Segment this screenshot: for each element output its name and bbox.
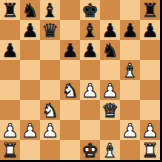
chess-board: ♜♞♝♚♜♟♛♝♟♟♟♟♟♟♞♝♞♟♟♞♛♟♟♟♟♟♜♚♝♜ xyxy=(0,0,160,160)
piece-black-pawn[interactable]: ♟ xyxy=(141,20,158,40)
square-b1[interactable] xyxy=(20,140,40,160)
piece-white-pawn[interactable]: ♟ xyxy=(41,120,58,140)
square-g5[interactable]: ♝ xyxy=(120,60,140,80)
piece-white-pawn[interactable]: ♟ xyxy=(1,120,18,140)
square-c2[interactable]: ♟ xyxy=(40,120,60,140)
square-e2[interactable] xyxy=(80,120,100,140)
piece-white-pawn[interactable]: ♟ xyxy=(21,120,38,140)
square-c5[interactable] xyxy=(40,60,60,80)
square-e8[interactable]: ♚ xyxy=(80,0,100,20)
square-e4[interactable]: ♟ xyxy=(80,80,100,100)
piece-white-knight[interactable]: ♞ xyxy=(61,80,78,100)
square-e5[interactable] xyxy=(80,60,100,80)
square-a8[interactable]: ♜ xyxy=(0,0,20,20)
piece-white-pawn[interactable]: ♟ xyxy=(121,120,138,140)
square-c7[interactable]: ♛ xyxy=(40,20,60,40)
square-b8[interactable]: ♞ xyxy=(20,0,40,20)
square-d6[interactable]: ♟ xyxy=(60,40,80,60)
square-h1[interactable]: ♜ xyxy=(140,140,160,160)
square-f7[interactable]: ♟ xyxy=(100,20,120,40)
square-d1[interactable] xyxy=(60,140,80,160)
square-a2[interactable]: ♟ xyxy=(0,120,20,140)
square-f1[interactable]: ♝ xyxy=(100,140,120,160)
piece-white-pawn[interactable]: ♟ xyxy=(101,80,118,100)
piece-white-pawn[interactable]: ♟ xyxy=(141,120,158,140)
piece-white-king[interactable]: ♚ xyxy=(81,140,98,160)
square-b7[interactable]: ♟ xyxy=(20,20,40,40)
square-d8[interactable] xyxy=(60,0,80,20)
square-g6[interactable] xyxy=(120,40,140,60)
square-a5[interactable] xyxy=(0,60,20,80)
square-f4[interactable]: ♟ xyxy=(100,80,120,100)
square-g4[interactable] xyxy=(120,80,140,100)
square-c4[interactable] xyxy=(40,80,60,100)
square-d4[interactable]: ♞ xyxy=(60,80,80,100)
piece-black-king[interactable]: ♚ xyxy=(81,0,98,20)
square-d2[interactable] xyxy=(60,120,80,140)
square-b3[interactable] xyxy=(20,100,40,120)
piece-black-knight[interactable]: ♞ xyxy=(101,40,118,60)
piece-black-queen[interactable]: ♛ xyxy=(41,20,58,40)
square-a4[interactable] xyxy=(0,80,20,100)
piece-white-knight[interactable]: ♞ xyxy=(41,100,58,120)
square-b6[interactable] xyxy=(20,40,40,60)
square-c3[interactable]: ♞ xyxy=(40,100,60,120)
square-a1[interactable]: ♜ xyxy=(0,140,20,160)
square-h8[interactable]: ♜ xyxy=(140,0,160,20)
square-e3[interactable] xyxy=(80,100,100,120)
square-h6[interactable] xyxy=(140,40,160,60)
piece-white-rook[interactable]: ♜ xyxy=(141,140,158,160)
square-f8[interactable] xyxy=(100,0,120,20)
piece-white-bishop[interactable]: ♝ xyxy=(101,140,118,160)
piece-black-pawn[interactable]: ♟ xyxy=(81,40,98,60)
square-b2[interactable]: ♟ xyxy=(20,120,40,140)
square-c1[interactable] xyxy=(40,140,60,160)
square-e7[interactable]: ♝ xyxy=(80,20,100,40)
square-h5[interactable] xyxy=(140,60,160,80)
piece-black-rook[interactable]: ♜ xyxy=(141,0,158,20)
square-d7[interactable] xyxy=(60,20,80,40)
square-d5[interactable] xyxy=(60,60,80,80)
chess-board-frame: ♜♞♝♚♜♟♛♝♟♟♟♟♟♟♞♝♞♟♟♞♛♟♟♟♟♟♜♚♝♜ xyxy=(0,0,162,162)
piece-black-rook[interactable]: ♜ xyxy=(1,0,18,20)
square-g7[interactable]: ♟ xyxy=(120,20,140,40)
piece-black-pawn[interactable]: ♟ xyxy=(21,20,38,40)
square-h2[interactable]: ♟ xyxy=(140,120,160,140)
piece-black-pawn[interactable]: ♟ xyxy=(61,40,78,60)
square-d3[interactable] xyxy=(60,100,80,120)
square-f5[interactable] xyxy=(100,60,120,80)
piece-black-bishop[interactable]: ♝ xyxy=(81,20,98,40)
piece-black-pawn[interactable]: ♟ xyxy=(121,20,138,40)
square-f6[interactable]: ♞ xyxy=(100,40,120,60)
square-g1[interactable] xyxy=(120,140,140,160)
square-b5[interactable] xyxy=(20,60,40,80)
square-g8[interactable] xyxy=(120,0,140,20)
square-h3[interactable] xyxy=(140,100,160,120)
piece-white-bishop[interactable]: ♝ xyxy=(121,60,138,80)
square-g3[interactable] xyxy=(120,100,140,120)
square-b4[interactable] xyxy=(20,80,40,100)
square-h7[interactable]: ♟ xyxy=(140,20,160,40)
piece-white-pawn[interactable]: ♟ xyxy=(81,80,98,100)
square-c6[interactable] xyxy=(40,40,60,60)
piece-white-queen[interactable]: ♛ xyxy=(101,100,118,120)
square-a6[interactable]: ♟ xyxy=(0,40,20,60)
square-c8[interactable]: ♝ xyxy=(40,0,60,20)
square-e1[interactable]: ♚ xyxy=(80,140,100,160)
square-h4[interactable] xyxy=(140,80,160,100)
square-a7[interactable] xyxy=(0,20,20,40)
piece-black-pawn[interactable]: ♟ xyxy=(1,40,18,60)
square-f2[interactable] xyxy=(100,120,120,140)
piece-white-rook[interactable]: ♜ xyxy=(1,140,18,160)
square-f3[interactable]: ♛ xyxy=(100,100,120,120)
piece-black-knight[interactable]: ♞ xyxy=(21,0,38,20)
square-g2[interactable]: ♟ xyxy=(120,120,140,140)
piece-black-bishop[interactable]: ♝ xyxy=(41,0,58,20)
square-a3[interactable] xyxy=(0,100,20,120)
square-e6[interactable]: ♟ xyxy=(80,40,100,60)
piece-black-pawn[interactable]: ♟ xyxy=(101,20,118,40)
